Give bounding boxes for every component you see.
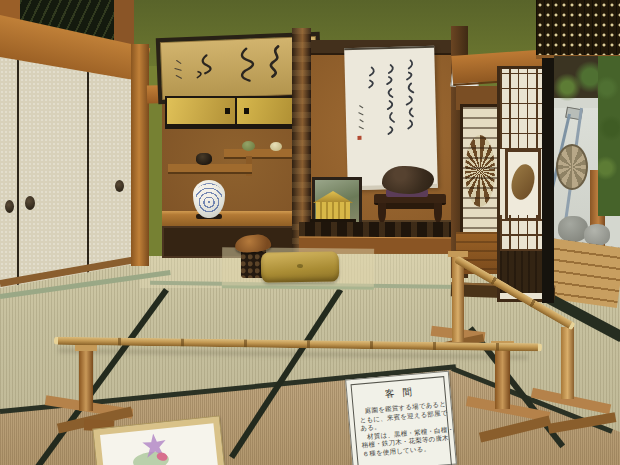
gold-cabinet-pull-left xyxy=(225,108,230,114)
fusuma-divider-2 xyxy=(87,54,89,290)
carved-stand-apron xyxy=(386,203,434,209)
sign-title: 客間 xyxy=(365,384,440,403)
fusuma-sliding-doors xyxy=(0,54,134,290)
barrier-stand-3-post xyxy=(561,327,574,399)
zabuton-cushion xyxy=(261,251,340,282)
gold-cabinet-pull-right xyxy=(244,108,249,114)
sign-inner-border: 客間 庭園を鑑賞する場であると ともに、来賓を迎える部屋で ある。 材質は、黒檀… xyxy=(351,376,453,465)
scroll-red-seal xyxy=(357,136,361,140)
fusuma-divider-1 xyxy=(17,54,19,290)
fusuma-pull-2 xyxy=(25,196,35,210)
shoji-grid-lower xyxy=(500,215,546,251)
transom-carved-right xyxy=(536,0,620,59)
shoji-leaf-motif xyxy=(509,162,537,201)
carved-stand-leg-right xyxy=(434,203,442,223)
shoji-center-panel xyxy=(505,149,541,221)
staggered-shelf-lower xyxy=(168,164,252,174)
shoji-grid-top xyxy=(500,69,546,149)
gold-cabinet xyxy=(165,96,309,129)
doorway-garden-view xyxy=(554,56,620,268)
information-sign: 客間 庭園を鑑賞する場であると ともに、来賓を迎える部屋で ある。 材質は、黒檀… xyxy=(345,371,457,465)
woven-basket xyxy=(556,144,588,190)
foliage-right-column xyxy=(598,56,620,216)
cushion-center-tuft xyxy=(297,264,303,268)
barrier-stand-1-post xyxy=(79,347,93,411)
suiseki-stone xyxy=(382,166,434,194)
shelf-object-black-container xyxy=(196,153,212,165)
vase-blue-pattern xyxy=(196,183,222,215)
golden-model-body xyxy=(316,202,350,220)
plaque-calligraphy-strokes xyxy=(160,36,310,92)
japanese-room-photo: 客間 庭園を鑑賞する場であると ともに、来賓を迎える部屋で ある。 材質は、黒檀… xyxy=(0,0,620,465)
carved-stand-leg-left xyxy=(378,203,386,223)
post-left-of-alcove xyxy=(131,44,149,266)
barrier-stand-1-cap xyxy=(75,345,97,351)
door-frame-dark-edge xyxy=(542,58,554,303)
shelf-object-pale xyxy=(270,142,282,151)
fusuma-pull-3 xyxy=(115,180,124,192)
scroll-calligraphy-strokes xyxy=(344,48,437,180)
shelf-object-celadon xyxy=(242,141,255,151)
fusuma-pull-1 xyxy=(5,200,14,213)
barrier-stand-2-post xyxy=(495,343,510,409)
